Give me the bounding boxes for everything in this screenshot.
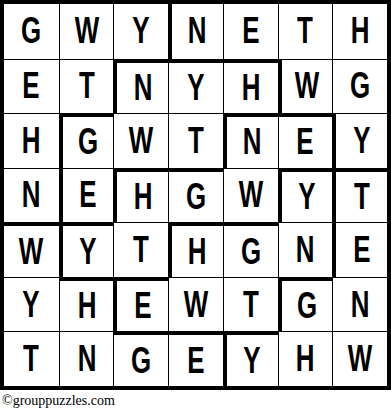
cell-r6c6: G — [278, 277, 333, 332]
puzzle-page: GWYNETHETNYHWGHGWTNEYNEHGWYTWYTHGNEYHEWT… — [0, 0, 391, 412]
cell-r4c7: T — [332, 168, 387, 223]
cell-r5c2: Y — [59, 222, 114, 277]
cell-letter: N — [77, 341, 96, 377]
cell-letter: H — [296, 341, 315, 377]
cell-r3c7: Y — [332, 113, 387, 168]
cell-r1c4: N — [168, 4, 223, 59]
cell-letter: H — [77, 288, 96, 324]
cell-r1c1: G — [4, 4, 59, 59]
cell-letter: T — [23, 341, 39, 377]
cell-r4c2: E — [59, 168, 114, 223]
cell-letter: G — [350, 68, 370, 104]
cell-letter: N — [351, 287, 370, 323]
cell-letter: Y — [353, 123, 370, 159]
cell-r2c5: H — [223, 59, 278, 114]
cell-letter: E — [23, 68, 40, 104]
cell-r2c7: G — [332, 59, 387, 114]
cell-letter: N — [188, 13, 207, 49]
cell-letter: Y — [79, 234, 96, 270]
cell-letter: H — [133, 179, 152, 215]
cell-r3c3: W — [113, 113, 168, 168]
cell-r1c5: E — [223, 4, 278, 59]
cell-letter: Y — [187, 70, 204, 106]
cell-letter: N — [243, 124, 262, 160]
cell-letter: E — [297, 124, 314, 160]
cell-letter: N — [133, 70, 152, 106]
cell-r4c3: H — [113, 168, 168, 223]
cell-letter: G — [131, 343, 151, 379]
cell-letter: G — [297, 288, 317, 324]
cell-r1c7: H — [332, 4, 387, 59]
cell-r1c2: W — [59, 4, 114, 59]
cell-r2c6: W — [278, 59, 333, 114]
cell-r4c5: W — [223, 168, 278, 223]
cell-letter: W — [129, 123, 153, 159]
cell-letter: H — [188, 234, 207, 270]
cell-r7c2: N — [59, 331, 114, 386]
cell-letter: T — [298, 13, 314, 49]
cell-r1c3: Y — [113, 4, 168, 59]
cell-r6c5: T — [223, 277, 278, 332]
cell-letter: E — [134, 288, 151, 324]
cell-letter: W — [74, 13, 98, 49]
cell-letter: N — [22, 177, 41, 213]
cell-letter: G — [241, 234, 261, 270]
cell-letter: H — [22, 123, 41, 159]
cell-letter: G — [78, 124, 98, 160]
cell-r5c6: N — [278, 222, 333, 277]
cell-r3c1: H — [4, 113, 59, 168]
cell-r7c7: W — [332, 331, 387, 386]
cell-r2c1: E — [4, 59, 59, 114]
cell-r2c3: N — [113, 59, 168, 114]
cell-r4c1: N — [4, 168, 59, 223]
cell-r5c4: H — [168, 222, 223, 277]
cell-r4c6: Y — [278, 168, 333, 223]
cell-r7c4: E — [168, 331, 223, 386]
cell-r4c4: G — [168, 168, 223, 223]
cell-letter: E — [353, 232, 370, 268]
cell-r2c2: T — [59, 59, 114, 114]
cell-letter: H — [351, 13, 370, 49]
cell-r5c5: G — [223, 222, 278, 277]
cell-r2c4: Y — [168, 59, 223, 114]
cell-letter: H — [241, 70, 260, 106]
cell-r7c3: G — [113, 331, 168, 386]
cell-letter: W — [348, 341, 372, 377]
cell-letter: T — [354, 179, 370, 215]
cell-letter: E — [79, 177, 96, 213]
cell-letter: Y — [133, 13, 150, 49]
cell-letter: T — [243, 287, 259, 323]
cell-r3c6: E — [278, 113, 333, 168]
cell-r6c2: H — [59, 277, 114, 332]
cell-letter: N — [296, 232, 315, 268]
cell-letter: E — [242, 13, 259, 49]
cell-letter: W — [295, 68, 319, 104]
cell-letter: E — [187, 343, 204, 379]
cell-r5c1: W — [4, 222, 59, 277]
cell-letter: W — [19, 234, 43, 270]
cell-r6c1: Y — [4, 277, 59, 332]
cell-r7c1: T — [4, 331, 59, 386]
cell-r6c4: W — [168, 277, 223, 332]
cell-r7c6: H — [278, 331, 333, 386]
cell-letter: Y — [244, 343, 261, 379]
puzzle-board: GWYNETHETNYHWGHGWTNEYNEHGWYTWYTHGNEYHEWT… — [0, 0, 391, 390]
cell-letter: G — [21, 13, 41, 49]
cell-letter: W — [238, 177, 262, 213]
cell-letter: W — [184, 287, 208, 323]
cell-r7c5: Y — [223, 331, 278, 386]
cell-r5c7: E — [332, 222, 387, 277]
cell-r3c4: T — [168, 113, 223, 168]
cell-r3c5: N — [223, 113, 278, 168]
cell-r1c6: T — [278, 4, 333, 59]
cell-r6c7: N — [332, 277, 387, 332]
cell-letter: Y — [298, 179, 315, 215]
cell-letter: T — [133, 232, 149, 268]
cell-letter: T — [188, 123, 204, 159]
copyright-text: ©grouppuzzles.com — [0, 390, 391, 409]
cell-r5c3: T — [113, 222, 168, 277]
cell-letter: G — [186, 179, 206, 215]
cell-letter: T — [79, 68, 95, 104]
cell-r6c3: E — [113, 277, 168, 332]
cell-r3c2: G — [59, 113, 114, 168]
cell-letter: Y — [23, 287, 40, 323]
